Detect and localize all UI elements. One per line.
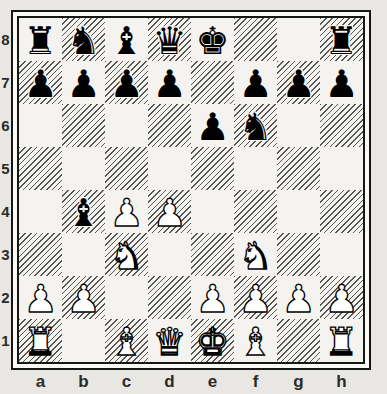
square-d7[interactable]: ♟ xyxy=(148,61,191,104)
square-a1[interactable]: ♜ xyxy=(19,319,62,362)
square-d6[interactable] xyxy=(148,104,191,147)
square-h5[interactable] xyxy=(320,147,363,190)
square-g3[interactable] xyxy=(277,233,320,276)
black-pawn: ♟ xyxy=(281,65,315,103)
square-b3[interactable] xyxy=(62,233,105,276)
square-a8[interactable]: ♜ xyxy=(19,18,62,61)
square-g8[interactable] xyxy=(277,18,320,61)
square-f5[interactable] xyxy=(234,147,277,190)
black-pawn: ♟ xyxy=(109,65,143,103)
square-a4[interactable] xyxy=(19,190,62,233)
square-g4[interactable] xyxy=(277,190,320,233)
square-a6[interactable] xyxy=(19,104,62,147)
square-g6[interactable] xyxy=(277,104,320,147)
white-knight: ♞ xyxy=(238,237,272,275)
white-pawn: ♟ xyxy=(195,280,229,318)
square-a2[interactable]: ♟ xyxy=(19,276,62,319)
square-c8[interactable]: ♝ xyxy=(105,18,148,61)
white-rook: ♜ xyxy=(324,323,358,361)
square-d3[interactable] xyxy=(148,233,191,276)
file-label-a: a xyxy=(19,371,62,392)
square-c7[interactable]: ♟ xyxy=(105,61,148,104)
board-grid: ♜♞♝♛♚♜♟♟♟♟♟♟♟♟♞♝♟♟♞♞♟♟♟♟♟♟♜♝♛♚♝♜ xyxy=(19,18,363,362)
chess-board: ♜♞♝♛♚♜♟♟♟♟♟♟♟♟♞♝♟♟♞♞♟♟♟♟♟♟♜♝♛♚♝♜ xyxy=(17,16,365,364)
black-rook: ♜ xyxy=(324,22,358,60)
square-c1[interactable]: ♝ xyxy=(105,319,148,362)
white-knight: ♞ xyxy=(109,237,143,275)
white-king: ♚ xyxy=(195,323,229,361)
square-a5[interactable] xyxy=(19,147,62,190)
file-labels: abcdefgh xyxy=(19,371,363,392)
black-pawn: ♟ xyxy=(66,65,100,103)
white-pawn: ♟ xyxy=(324,280,358,318)
chess-board-frame: ♜♞♝♛♚♜♟♟♟♟♟♟♟♟♞♝♟♟♞♞♟♟♟♟♟♟♜♝♛♚♝♜ xyxy=(11,10,371,370)
square-d5[interactable] xyxy=(148,147,191,190)
black-bishop: ♝ xyxy=(109,22,143,60)
square-e1[interactable]: ♚ xyxy=(191,319,234,362)
square-g2[interactable]: ♟ xyxy=(277,276,320,319)
square-e4[interactable] xyxy=(191,190,234,233)
square-e7[interactable] xyxy=(191,61,234,104)
white-pawn: ♟ xyxy=(23,280,57,318)
white-pawn: ♟ xyxy=(281,280,315,318)
white-bishop: ♝ xyxy=(238,323,272,361)
square-f1[interactable]: ♝ xyxy=(234,319,277,362)
square-e3[interactable] xyxy=(191,233,234,276)
rank-label-6: 6 xyxy=(0,104,11,147)
square-f2[interactable]: ♟ xyxy=(234,276,277,319)
black-queen: ♛ xyxy=(152,22,186,60)
file-label-f: f xyxy=(234,371,277,392)
square-f8[interactable] xyxy=(234,18,277,61)
square-d1[interactable]: ♛ xyxy=(148,319,191,362)
file-label-e: e xyxy=(191,371,234,392)
square-b6[interactable] xyxy=(62,104,105,147)
square-h8[interactable]: ♜ xyxy=(320,18,363,61)
white-queen: ♛ xyxy=(152,323,186,361)
rank-label-1: 1 xyxy=(0,319,11,362)
square-c4[interactable]: ♟ xyxy=(105,190,148,233)
black-knight: ♞ xyxy=(66,22,100,60)
square-f7[interactable]: ♟ xyxy=(234,61,277,104)
square-b4[interactable]: ♝ xyxy=(62,190,105,233)
black-rook: ♜ xyxy=(23,22,57,60)
white-pawn: ♟ xyxy=(66,280,100,318)
square-b8[interactable]: ♞ xyxy=(62,18,105,61)
square-c3[interactable]: ♞ xyxy=(105,233,148,276)
square-a7[interactable]: ♟ xyxy=(19,61,62,104)
black-pawn: ♟ xyxy=(195,108,229,146)
square-g5[interactable] xyxy=(277,147,320,190)
square-a3[interactable] xyxy=(19,233,62,276)
white-pawn: ♟ xyxy=(109,194,143,232)
black-pawn: ♟ xyxy=(152,65,186,103)
square-h7[interactable]: ♟ xyxy=(320,61,363,104)
rank-label-7: 7 xyxy=(0,61,11,104)
file-label-h: h xyxy=(320,371,363,392)
square-h4[interactable] xyxy=(320,190,363,233)
white-pawn: ♟ xyxy=(152,194,186,232)
square-e8[interactable]: ♚ xyxy=(191,18,234,61)
square-h3[interactable] xyxy=(320,233,363,276)
square-c5[interactable] xyxy=(105,147,148,190)
square-b5[interactable] xyxy=(62,147,105,190)
chess-diagram: 87654321 ♜♞♝♛♚♜♟♟♟♟♟♟♟♟♞♝♟♟♞♞♟♟♟♟♟♟♜♝♛♚♝… xyxy=(0,0,387,394)
square-b1[interactable] xyxy=(62,319,105,362)
black-pawn: ♟ xyxy=(23,65,57,103)
rank-label-8: 8 xyxy=(0,18,11,61)
black-pawn: ♟ xyxy=(324,65,358,103)
black-bishop: ♝ xyxy=(66,194,100,232)
rank-labels: 87654321 xyxy=(0,18,11,362)
square-c6[interactable] xyxy=(105,104,148,147)
square-g1[interactable] xyxy=(277,319,320,362)
file-label-g: g xyxy=(277,371,320,392)
white-rook: ♜ xyxy=(23,323,57,361)
black-king: ♚ xyxy=(195,22,229,60)
square-c2[interactable] xyxy=(105,276,148,319)
white-pawn: ♟ xyxy=(238,280,272,318)
square-d4[interactable]: ♟ xyxy=(148,190,191,233)
square-e2[interactable]: ♟ xyxy=(191,276,234,319)
black-pawn: ♟ xyxy=(238,65,272,103)
square-h1[interactable]: ♜ xyxy=(320,319,363,362)
square-h2[interactable]: ♟ xyxy=(320,276,363,319)
square-e6[interactable]: ♟ xyxy=(191,104,234,147)
square-f4[interactable] xyxy=(234,190,277,233)
rank-label-4: 4 xyxy=(0,190,11,233)
square-d8[interactable]: ♛ xyxy=(148,18,191,61)
square-h6[interactable] xyxy=(320,104,363,147)
rank-label-3: 3 xyxy=(0,233,11,276)
square-b7[interactable]: ♟ xyxy=(62,61,105,104)
square-f3[interactable]: ♞ xyxy=(234,233,277,276)
file-label-d: d xyxy=(148,371,191,392)
rank-label-5: 5 xyxy=(0,147,11,190)
black-knight: ♞ xyxy=(238,108,272,146)
square-e5[interactable] xyxy=(191,147,234,190)
square-d2[interactable] xyxy=(148,276,191,319)
square-b2[interactable]: ♟ xyxy=(62,276,105,319)
square-f6[interactable]: ♞ xyxy=(234,104,277,147)
white-bishop: ♝ xyxy=(109,323,143,361)
square-g7[interactable]: ♟ xyxy=(277,61,320,104)
rank-label-2: 2 xyxy=(0,276,11,319)
file-label-c: c xyxy=(105,371,148,392)
file-label-b: b xyxy=(62,371,105,392)
